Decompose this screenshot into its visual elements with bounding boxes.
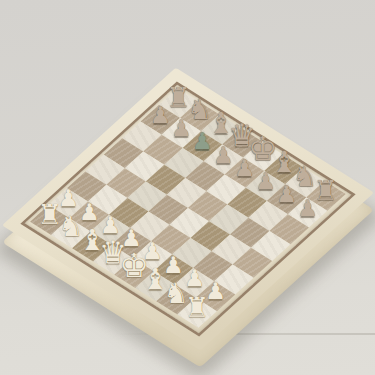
chess-set-photo: ♜♞♝♛♚♝♞♜♟♟♟♟♟♟♟♟♟♟♟♟♟♟♟♟♜♞♝♛♚♝♞♜ [0, 0, 375, 375]
chess-board [2, 68, 374, 351]
